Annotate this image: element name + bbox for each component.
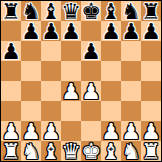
- square-h3[interactable]: [141, 101, 161, 121]
- white-pawn-icon-d4[interactable]: ♟♟: [61, 81, 81, 101]
- piece-fill-layer: ♚: [81, 1, 101, 21]
- square-a2[interactable]: ♟♟: [1, 121, 21, 141]
- square-a5[interactable]: [1, 61, 21, 81]
- square-b5[interactable]: [21, 61, 41, 81]
- square-g1[interactable]: ♞♞: [121, 141, 141, 161]
- square-f8[interactable]: ♝♝: [101, 1, 121, 21]
- square-h2[interactable]: ♟♟: [141, 121, 161, 141]
- black-pawn-icon-f7[interactable]: ♟♟: [101, 21, 121, 41]
- piece-outline-layer: ♝: [41, 1, 61, 21]
- square-h4[interactable]: [141, 81, 161, 101]
- piece-outline-layer: ♛: [61, 141, 81, 161]
- square-d6[interactable]: [61, 41, 81, 61]
- piece-fill-layer: ♝: [41, 141, 61, 161]
- piece-fill-layer: ♜: [1, 141, 21, 161]
- white-pawn-icon-b2[interactable]: ♟♟: [21, 121, 41, 141]
- square-e5[interactable]: [81, 61, 101, 81]
- piece-fill-layer: ♟: [81, 81, 101, 101]
- square-b3[interactable]: [21, 101, 41, 121]
- white-pawn-icon-a2[interactable]: ♟♟: [1, 121, 21, 141]
- square-c8[interactable]: ♝♝: [41, 1, 61, 21]
- square-a4[interactable]: [1, 81, 21, 101]
- piece-outline-layer: ♚: [81, 141, 101, 161]
- black-knight-icon-b8[interactable]: ♞♞: [21, 1, 41, 21]
- piece-outline-layer: ♟: [121, 21, 141, 41]
- square-e8[interactable]: ♚♚: [81, 1, 101, 21]
- piece-fill-layer: ♟: [141, 21, 161, 41]
- square-b4[interactable]: [21, 81, 41, 101]
- white-pawn-icon-h2[interactable]: ♟♟: [141, 121, 161, 141]
- piece-outline-layer: ♟: [101, 121, 121, 141]
- square-e2[interactable]: [81, 121, 101, 141]
- square-h6[interactable]: [141, 41, 161, 61]
- square-a7[interactable]: [1, 21, 21, 41]
- piece-fill-layer: ♟: [61, 21, 81, 41]
- white-bishop-icon-c1[interactable]: ♝♝: [41, 141, 61, 161]
- piece-fill-layer: ♞: [121, 1, 141, 21]
- square-c4[interactable]: [41, 81, 61, 101]
- piece-outline-layer: ♝: [101, 1, 121, 21]
- black-pawn-icon-b7[interactable]: ♟♟: [21, 21, 41, 41]
- square-a3[interactable]: [1, 101, 21, 121]
- white-rook-icon-h1[interactable]: ♜♜: [141, 141, 161, 161]
- piece-outline-layer: ♟: [1, 41, 21, 61]
- square-b7[interactable]: ♟♟: [21, 21, 41, 41]
- piece-fill-layer: ♟: [81, 41, 101, 61]
- square-f1[interactable]: ♝♝: [101, 141, 121, 161]
- white-king-icon-e1[interactable]: ♚♚: [81, 141, 101, 161]
- square-f4[interactable]: [101, 81, 121, 101]
- black-pawn-icon-h7[interactable]: ♟♟: [141, 21, 161, 41]
- square-e1[interactable]: ♚♚: [81, 141, 101, 161]
- piece-outline-layer: ♜: [141, 1, 161, 21]
- square-d1[interactable]: ♛♛: [61, 141, 81, 161]
- square-a8[interactable]: ♜♜: [1, 1, 21, 21]
- piece-fill-layer: ♝: [101, 1, 121, 21]
- black-queen-icon-d8[interactable]: ♛♛: [61, 1, 81, 21]
- piece-fill-layer: ♜: [141, 141, 161, 161]
- square-d4[interactable]: ♟♟: [61, 81, 81, 101]
- black-knight-icon-g8[interactable]: ♞♞: [121, 1, 141, 21]
- square-h8[interactable]: ♜♜: [141, 1, 161, 21]
- square-h1[interactable]: ♜♜: [141, 141, 161, 161]
- piece-fill-layer: ♟: [61, 81, 81, 101]
- piece-fill-layer: ♟: [41, 21, 61, 41]
- square-h5[interactable]: [141, 61, 161, 81]
- piece-fill-layer: ♟: [1, 41, 21, 61]
- square-f5[interactable]: [101, 61, 121, 81]
- square-g3[interactable]: [121, 101, 141, 121]
- white-bishop-icon-f1[interactable]: ♝♝: [101, 141, 121, 161]
- piece-outline-layer: ♟: [21, 121, 41, 141]
- square-e3[interactable]: [81, 101, 101, 121]
- square-d5[interactable]: [61, 61, 81, 81]
- chess-board[interactable]: ♜♜♞♞♝♝♛♛♚♚♝♝♞♞♜♜♟♟♟♟♟♟♟♟♟♟♟♟♟♟♟♟♟♟♟♟♟♟♟♟…: [1, 1, 161, 161]
- piece-outline-layer: ♟: [81, 81, 101, 101]
- piece-fill-layer: ♟: [121, 121, 141, 141]
- white-knight-icon-b1[interactable]: ♞♞: [21, 141, 41, 161]
- piece-fill-layer: ♟: [141, 121, 161, 141]
- square-d3[interactable]: [61, 101, 81, 121]
- piece-fill-layer: ♜: [141, 1, 161, 21]
- black-bishop-icon-f8[interactable]: ♝♝: [101, 1, 121, 21]
- piece-outline-layer: ♟: [61, 81, 81, 101]
- black-pawn-icon-d7[interactable]: ♟♟: [61, 21, 81, 41]
- piece-fill-layer: ♞: [21, 141, 41, 161]
- piece-outline-layer: ♟: [101, 21, 121, 41]
- black-rook-icon-a8[interactable]: ♜♜: [1, 1, 21, 21]
- square-f2[interactable]: ♟♟: [101, 121, 121, 141]
- square-c3[interactable]: [41, 101, 61, 121]
- square-d2[interactable]: [61, 121, 81, 141]
- black-king-icon-e8[interactable]: ♚♚: [81, 1, 101, 21]
- board-frame: ♜♜♞♞♝♝♛♛♚♚♝♝♞♞♜♜♟♟♟♟♟♟♟♟♟♟♟♟♟♟♟♟♟♟♟♟♟♟♟♟…: [0, 0, 162, 162]
- piece-fill-layer: ♚: [81, 141, 101, 161]
- piece-fill-layer: ♜: [1, 1, 21, 21]
- white-pawn-icon-g2[interactable]: ♟♟: [121, 121, 141, 141]
- piece-outline-layer: ♞: [121, 141, 141, 161]
- piece-outline-layer: ♜: [1, 1, 21, 21]
- square-f3[interactable]: [101, 101, 121, 121]
- square-e7[interactable]: [81, 21, 101, 41]
- black-bishop-icon-c8[interactable]: ♝♝: [41, 1, 61, 21]
- piece-outline-layer: ♟: [21, 21, 41, 41]
- piece-fill-layer: ♟: [21, 121, 41, 141]
- square-b6[interactable]: [21, 41, 41, 61]
- white-pawn-icon-c2[interactable]: ♟♟: [41, 121, 61, 141]
- square-c1[interactable]: ♝♝: [41, 141, 61, 161]
- square-a1[interactable]: ♜♜: [1, 141, 21, 161]
- piece-outline-layer: ♟: [141, 21, 161, 41]
- white-rook-icon-a1[interactable]: ♜♜: [1, 141, 21, 161]
- piece-fill-layer: ♟: [101, 21, 121, 41]
- square-e6[interactable]: ♟♟: [81, 41, 101, 61]
- piece-fill-layer: ♞: [21, 1, 41, 21]
- square-c7[interactable]: ♟♟: [41, 21, 61, 41]
- piece-outline-layer: ♞: [21, 141, 41, 161]
- piece-outline-layer: ♟: [141, 121, 161, 141]
- square-c5[interactable]: [41, 61, 61, 81]
- piece-outline-layer: ♟: [41, 121, 61, 141]
- piece-fill-layer: ♞: [121, 141, 141, 161]
- piece-outline-layer: ♟: [121, 121, 141, 141]
- square-d8[interactable]: ♛♛: [61, 1, 81, 21]
- piece-fill-layer: ♟: [101, 121, 121, 141]
- square-g8[interactable]: ♞♞: [121, 1, 141, 21]
- square-c6[interactable]: [41, 41, 61, 61]
- piece-fill-layer: ♟: [41, 121, 61, 141]
- piece-fill-layer: ♟: [21, 21, 41, 41]
- piece-fill-layer: ♝: [41, 1, 61, 21]
- black-pawn-icon-c7[interactable]: ♟♟: [41, 21, 61, 41]
- black-pawn-icon-e6[interactable]: ♟♟: [81, 41, 101, 61]
- piece-outline-layer: ♝: [41, 141, 61, 161]
- piece-outline-layer: ♜: [141, 141, 161, 161]
- piece-outline-layer: ♜: [1, 141, 21, 161]
- piece-outline-layer: ♛: [61, 1, 81, 21]
- piece-outline-layer: ♟: [41, 21, 61, 41]
- white-pawn-icon-f2[interactable]: ♟♟: [101, 121, 121, 141]
- square-g4[interactable]: [121, 81, 141, 101]
- piece-fill-layer: ♛: [61, 141, 81, 161]
- piece-fill-layer: ♛: [61, 1, 81, 21]
- piece-outline-layer: ♟: [81, 41, 101, 61]
- square-a6[interactable]: ♟♟: [1, 41, 21, 61]
- white-queen-icon-d1[interactable]: ♛♛: [61, 141, 81, 161]
- square-g5[interactable]: [121, 61, 141, 81]
- square-g6[interactable]: [121, 41, 141, 61]
- square-e4[interactable]: ♟♟: [81, 81, 101, 101]
- square-b1[interactable]: ♞♞: [21, 141, 41, 161]
- piece-outline-layer: ♞: [121, 1, 141, 21]
- square-b2[interactable]: ♟♟: [21, 121, 41, 141]
- square-g7[interactable]: ♟♟: [121, 21, 141, 41]
- black-rook-icon-h8[interactable]: ♜♜: [141, 1, 161, 21]
- piece-outline-layer: ♚: [81, 1, 101, 21]
- white-pawn-icon-e4[interactable]: ♟♟: [81, 81, 101, 101]
- square-b8[interactable]: ♞♞: [21, 1, 41, 21]
- square-f6[interactable]: [101, 41, 121, 61]
- square-c2[interactable]: ♟♟: [41, 121, 61, 141]
- piece-fill-layer: ♝: [101, 141, 121, 161]
- black-pawn-icon-a6[interactable]: ♟♟: [1, 41, 21, 61]
- black-pawn-icon-g7[interactable]: ♟♟: [121, 21, 141, 41]
- square-f7[interactable]: ♟♟: [101, 21, 121, 41]
- piece-outline-layer: ♝: [101, 141, 121, 161]
- piece-outline-layer: ♟: [61, 21, 81, 41]
- piece-outline-layer: ♞: [21, 1, 41, 21]
- white-knight-icon-g1[interactable]: ♞♞: [121, 141, 141, 161]
- piece-outline-layer: ♟: [1, 121, 21, 141]
- square-g2[interactable]: ♟♟: [121, 121, 141, 141]
- square-d7[interactable]: ♟♟: [61, 21, 81, 41]
- piece-fill-layer: ♟: [1, 121, 21, 141]
- piece-fill-layer: ♟: [121, 21, 141, 41]
- square-h7[interactable]: ♟♟: [141, 21, 161, 41]
